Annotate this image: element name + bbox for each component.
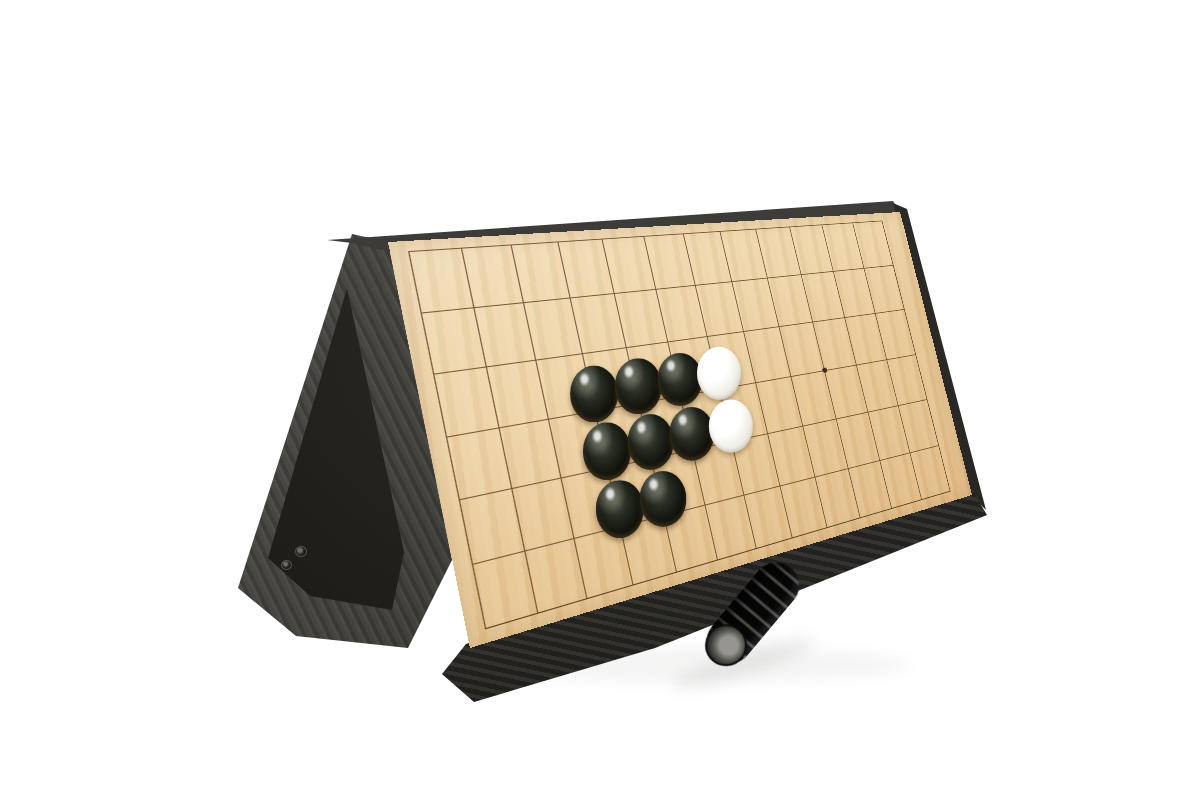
black-stone (570, 365, 618, 422)
black-stone (595, 480, 643, 538)
black-stone (657, 353, 702, 407)
white-stone (697, 347, 741, 399)
black-stone (640, 471, 687, 527)
black-stone (627, 414, 674, 470)
black-stone (615, 359, 662, 414)
hinge-hole (281, 560, 292, 570)
hinge-hole (295, 546, 307, 557)
product-photo (0, 0, 1200, 800)
white-stone (709, 399, 753, 452)
